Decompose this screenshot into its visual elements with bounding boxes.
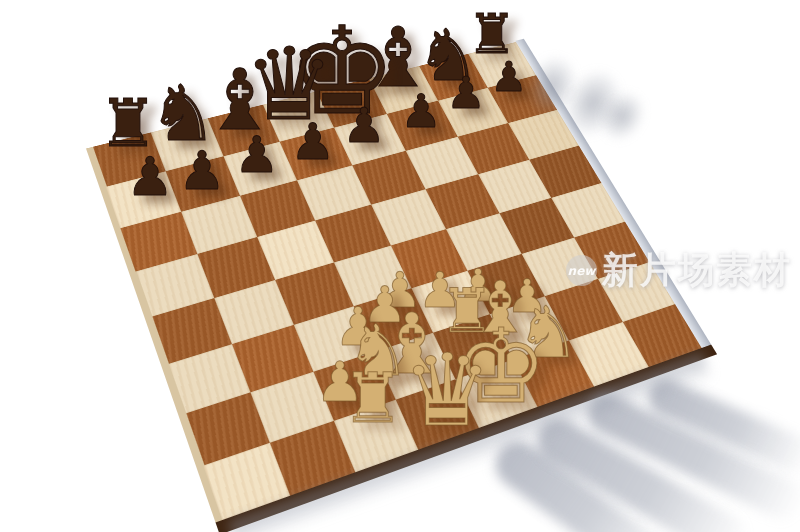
cast-shadow-pawn-2 xyxy=(591,83,654,149)
cast-shadow-white-piece-3 xyxy=(581,387,800,526)
cast-shadow-white-piece-4 xyxy=(643,374,800,478)
watermark: new 新片场素材 xyxy=(566,246,792,295)
cast-shadow-white-piece-2 xyxy=(529,411,755,532)
watermark-logo-icon: new xyxy=(566,255,597,286)
photo-stage: ♜♞♝♛♚♝♞♜♟♟♟♟♟♟♟♟♟♜♞♝♛♚♟♟♟♟♟♜♝♟♞ new 新片场素… xyxy=(0,0,800,532)
watermark-text: 新片场素材 xyxy=(602,246,792,295)
cast-shadow-white-piece-1 xyxy=(486,432,679,532)
